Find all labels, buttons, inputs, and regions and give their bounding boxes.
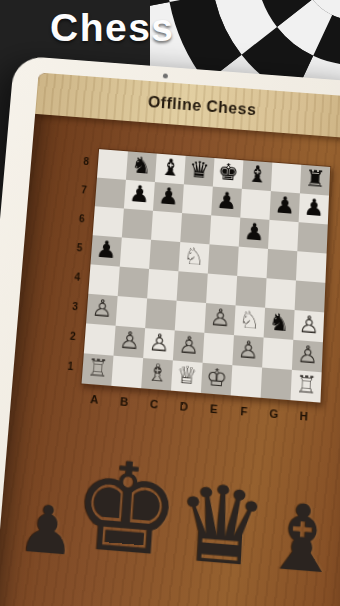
square-b6[interactable] (122, 209, 153, 240)
square-f6[interactable]: ♟ (239, 218, 270, 249)
white-pawn: ♙ (91, 296, 114, 321)
white-pawn: ♙ (296, 342, 318, 368)
rank-label-3: 3 (63, 291, 88, 322)
black-king: ♚ (217, 160, 239, 184)
decor-piece-bishop: ♝ (261, 494, 340, 585)
square-f1[interactable] (231, 365, 262, 398)
square-e6[interactable] (209, 215, 240, 246)
square-h1[interactable]: ♖ (291, 370, 322, 403)
square-g8[interactable] (271, 163, 301, 194)
black-pawn: ♟ (243, 220, 265, 245)
black-pawn: ♟ (157, 184, 179, 208)
square-d5[interactable]: ♘ (178, 242, 209, 274)
white-queen: ♕ (176, 363, 199, 389)
app-header: Offline Chess (35, 73, 340, 140)
black-knight: ♞ (130, 154, 152, 178)
square-a4[interactable] (88, 264, 119, 296)
square-a7[interactable] (95, 178, 126, 209)
square-e7[interactable]: ♟ (211, 187, 242, 218)
file-label-d: D (169, 399, 200, 414)
file-label-h: H (289, 409, 320, 424)
square-c1[interactable]: ♗ (141, 358, 173, 391)
black-bishop: ♝ (159, 156, 181, 180)
rank-label-2: 2 (60, 321, 85, 353)
square-d1[interactable]: ♕ (171, 360, 203, 393)
square-f7[interactable] (240, 189, 271, 220)
square-f3[interactable]: ♘ (234, 305, 265, 337)
square-e4[interactable] (206, 274, 237, 306)
file-label-g: G (259, 406, 290, 421)
white-pawn: ♙ (118, 328, 141, 353)
rank-label-5: 5 (67, 232, 91, 263)
square-g1[interactable] (261, 368, 292, 401)
square-c3[interactable] (145, 298, 176, 330)
black-pawn: ♟ (303, 196, 325, 220)
black-pawn: ♟ (95, 238, 117, 263)
square-h5[interactable] (296, 251, 327, 283)
white-rook: ♖ (86, 356, 109, 382)
square-b5[interactable] (120, 237, 151, 268)
square-b4[interactable] (118, 267, 149, 299)
rank-label-6: 6 (70, 203, 94, 234)
square-h7[interactable]: ♟ (299, 193, 329, 224)
file-label-e: E (199, 401, 230, 416)
square-g5[interactable] (267, 249, 298, 281)
square-c4[interactable] (147, 269, 178, 301)
square-h2[interactable]: ♙ (292, 340, 323, 372)
square-c8[interactable]: ♝ (155, 154, 186, 185)
black-pawn: ♟ (128, 182, 150, 206)
square-f2[interactable]: ♙ (232, 335, 263, 367)
square-e8[interactable]: ♚ (213, 158, 244, 189)
camera-dot (163, 73, 168, 78)
square-g7[interactable]: ♟ (269, 191, 299, 222)
square-a5[interactable]: ♟ (90, 235, 121, 266)
chess-board: ♞♝♛♚♝♜♟♟♟♟♟♟♟♘♙♙♘♞♙♙♙♙♙♙♖♗♕♔♖ (80, 148, 331, 404)
decorative-piece-silhouettes: ♟♚♛♝♞♟ (17, 445, 340, 587)
white-rook: ♖ (295, 372, 317, 398)
white-pawn: ♙ (148, 330, 171, 355)
white-pawn: ♙ (237, 338, 259, 363)
square-e2[interactable] (203, 333, 234, 365)
square-g3[interactable]: ♞ (264, 308, 295, 340)
black-bishop: ♝ (246, 163, 268, 187)
square-g6[interactable] (268, 220, 299, 251)
square-h6[interactable] (297, 222, 328, 253)
white-knight: ♘ (183, 244, 205, 269)
square-h4[interactable] (295, 281, 326, 313)
square-b8[interactable]: ♞ (126, 151, 157, 182)
rank-label-8: 8 (74, 146, 98, 176)
screenshot-stage: Chess Offline Chess 87654321 ♞♝♛♚♝♜♟♟♟♟♟… (0, 0, 340, 606)
square-c7[interactable]: ♟ (153, 182, 184, 213)
black-knight: ♞ (268, 310, 290, 335)
square-e3[interactable]: ♙ (204, 303, 235, 335)
square-f8[interactable]: ♝ (242, 160, 272, 191)
square-a2[interactable] (84, 323, 116, 355)
square-d4[interactable] (177, 271, 208, 303)
decor-piece-queen: ♛ (172, 473, 269, 578)
square-g2[interactable] (262, 337, 293, 369)
file-label-c: C (139, 397, 170, 412)
square-d6[interactable] (180, 213, 211, 244)
black-pawn: ♟ (216, 189, 238, 213)
square-d3[interactable] (175, 301, 206, 333)
square-h3[interactable]: ♙ (293, 310, 324, 342)
square-b3[interactable] (116, 296, 148, 328)
white-pawn: ♙ (209, 305, 231, 330)
rank-label-7: 7 (72, 175, 96, 205)
square-h8[interactable]: ♜ (300, 165, 330, 196)
page-title: Chess (50, 6, 175, 50)
decor-piece-king: ♚ (69, 449, 184, 571)
square-e1[interactable]: ♔ (201, 363, 233, 396)
square-d2[interactable]: ♙ (173, 330, 204, 362)
square-f4[interactable] (236, 276, 267, 308)
black-rook: ♜ (304, 167, 326, 191)
square-a1[interactable]: ♖ (82, 353, 114, 386)
square-a8[interactable] (97, 149, 128, 180)
black-pawn: ♟ (274, 193, 296, 217)
square-b7[interactable]: ♟ (124, 180, 155, 211)
square-e5[interactable] (208, 244, 239, 276)
square-b1[interactable] (111, 356, 143, 389)
file-label-b: B (109, 394, 140, 409)
square-b2[interactable]: ♙ (113, 326, 145, 358)
square-a3[interactable]: ♙ (86, 294, 118, 326)
app-header-title: Offline Chess (147, 93, 256, 119)
white-bishop: ♗ (146, 360, 169, 386)
board-area: 87654321 ♞♝♛♚♝♜♟♟♟♟♟♟♟♘♙♙♘♞♙♙♙♙♙♙♖♗♕♔♖ (58, 146, 340, 406)
rank-label-1: 1 (58, 350, 83, 382)
white-pawn: ♙ (298, 312, 320, 337)
tablet-device: Offline Chess 87654321 ♞♝♛♚♝♜♟♟♟♟♟♟♟♘♙♙♘… (0, 55, 340, 606)
white-king: ♔ (205, 365, 228, 391)
square-c5[interactable] (149, 240, 180, 272)
file-label-a: A (79, 392, 110, 407)
white-knight: ♘ (238, 308, 260, 333)
app-screen: Offline Chess 87654321 ♞♝♛♚♝♜♟♟♟♟♟♟♟♘♙♙♘… (0, 73, 340, 606)
white-pawn: ♙ (177, 333, 200, 358)
square-d7[interactable] (182, 184, 213, 215)
black-queen: ♛ (188, 158, 210, 182)
square-g4[interactable] (265, 278, 296, 310)
square-f5[interactable] (237, 247, 268, 279)
rank-label-4: 4 (65, 262, 90, 293)
square-c6[interactable] (151, 211, 182, 242)
square-c2[interactable]: ♙ (143, 328, 175, 360)
square-a6[interactable] (93, 206, 124, 237)
square-d8[interactable]: ♛ (184, 156, 215, 187)
file-label-f: F (229, 404, 260, 419)
decor-piece-pawn: ♟ (17, 498, 78, 563)
